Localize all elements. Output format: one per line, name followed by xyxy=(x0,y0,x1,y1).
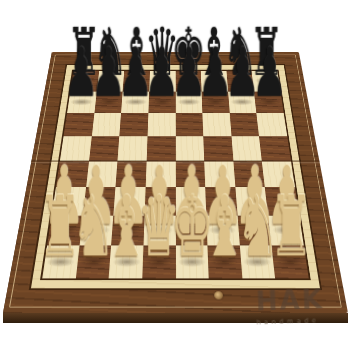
chess-set-photo: ♜♞♝♛♚♝♞♜♟♟♟♟♟♟♟♟♟♟♟♟♟♟♟♟♜♞♝♛♚♝♞♜ HAK han… xyxy=(0,0,350,350)
square-c6 xyxy=(119,113,148,136)
brass-pin xyxy=(214,291,223,299)
square-d6 xyxy=(147,113,175,136)
piece-glyph: ♜ xyxy=(269,185,313,269)
square-e6 xyxy=(175,113,203,136)
square-h6 xyxy=(256,113,287,136)
chess-board: ♜♞♝♛♚♝♞♜♟♟♟♟♟♟♟♟♟♟♟♟♟♟♟♟♜♞♝♛♚♝♞♜ xyxy=(3,52,348,313)
square-f6 xyxy=(202,113,231,136)
watermark-brand: HAK xyxy=(255,283,346,316)
square-b6 xyxy=(91,113,121,136)
piece-glyph: ♟ xyxy=(251,38,286,106)
square-g6 xyxy=(229,113,259,136)
watermark: HAK handmade xyxy=(255,283,346,326)
square-a6 xyxy=(63,113,94,136)
watermark-subtitle: handmade xyxy=(256,315,346,326)
